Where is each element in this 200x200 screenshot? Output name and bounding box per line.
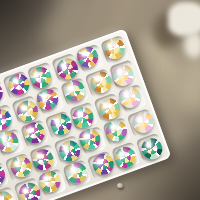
rhinestone-shine xyxy=(71,105,96,130)
rhinestone xyxy=(35,87,60,112)
rhinestone-shine xyxy=(111,63,135,87)
rhinestone xyxy=(111,63,135,87)
rhinestone xyxy=(112,144,138,170)
tray-cell xyxy=(127,108,156,137)
rhinestone xyxy=(60,77,88,105)
rhinestone xyxy=(64,160,89,185)
rhinestone-shine xyxy=(104,118,129,143)
rhinestone xyxy=(140,137,164,161)
rhinestone xyxy=(20,119,48,147)
tray-cell xyxy=(20,119,49,148)
rhinestone-shine xyxy=(77,126,104,153)
rhinestone-shine xyxy=(117,84,143,110)
tray-cell xyxy=(38,168,67,197)
rhinestone xyxy=(129,108,157,136)
tray-cell xyxy=(84,68,113,97)
tray-cell xyxy=(69,101,98,130)
rhinestone-shine xyxy=(30,147,55,172)
rhinestone xyxy=(104,118,129,143)
tray-cell xyxy=(60,77,89,106)
blurred-white-flower xyxy=(168,2,200,36)
water-droplet xyxy=(117,183,123,188)
rhinestone-shine xyxy=(64,160,89,185)
rhinestone xyxy=(0,189,16,200)
crystal-tray xyxy=(0,28,171,200)
tray-cell xyxy=(87,150,116,179)
light-streak-right xyxy=(141,33,180,80)
tray-cell xyxy=(76,44,105,73)
rhinestone-shine xyxy=(20,119,48,147)
rhinestone-shine xyxy=(101,35,129,63)
rhinestone xyxy=(71,105,96,130)
rhinestone xyxy=(101,35,129,63)
rhinestone-shine xyxy=(129,108,157,136)
rhinestone xyxy=(77,126,104,153)
tray-cell xyxy=(78,126,107,155)
tray-cell xyxy=(100,35,129,64)
rhinestone xyxy=(75,45,100,70)
tray-cell xyxy=(62,159,91,188)
rhinestone xyxy=(6,72,31,97)
rhinestone xyxy=(30,147,55,172)
rhinestone xyxy=(117,84,143,110)
rhinestone-shine xyxy=(35,87,60,112)
tray-cell xyxy=(109,59,138,88)
rhinestone-shine xyxy=(0,129,21,155)
blurred-white-flower-lobe xyxy=(184,32,200,58)
tray-cell xyxy=(102,117,131,146)
tray-cell xyxy=(5,153,34,182)
rhinestone xyxy=(0,129,21,155)
rhinestone-shine xyxy=(0,189,16,200)
rhinestone-shine xyxy=(60,77,88,105)
rhinestone-shine xyxy=(112,144,138,170)
tray-cell xyxy=(36,86,65,115)
blurred-dark-object xyxy=(150,9,186,51)
rhinestone-shine xyxy=(6,72,31,97)
tray-cell xyxy=(111,141,140,170)
photo-stage xyxy=(0,0,200,200)
tray-cell xyxy=(136,132,165,161)
rhinestone-shine xyxy=(75,45,100,70)
rhinestone-shine xyxy=(140,137,164,161)
light-streak-right-edge xyxy=(178,54,200,110)
